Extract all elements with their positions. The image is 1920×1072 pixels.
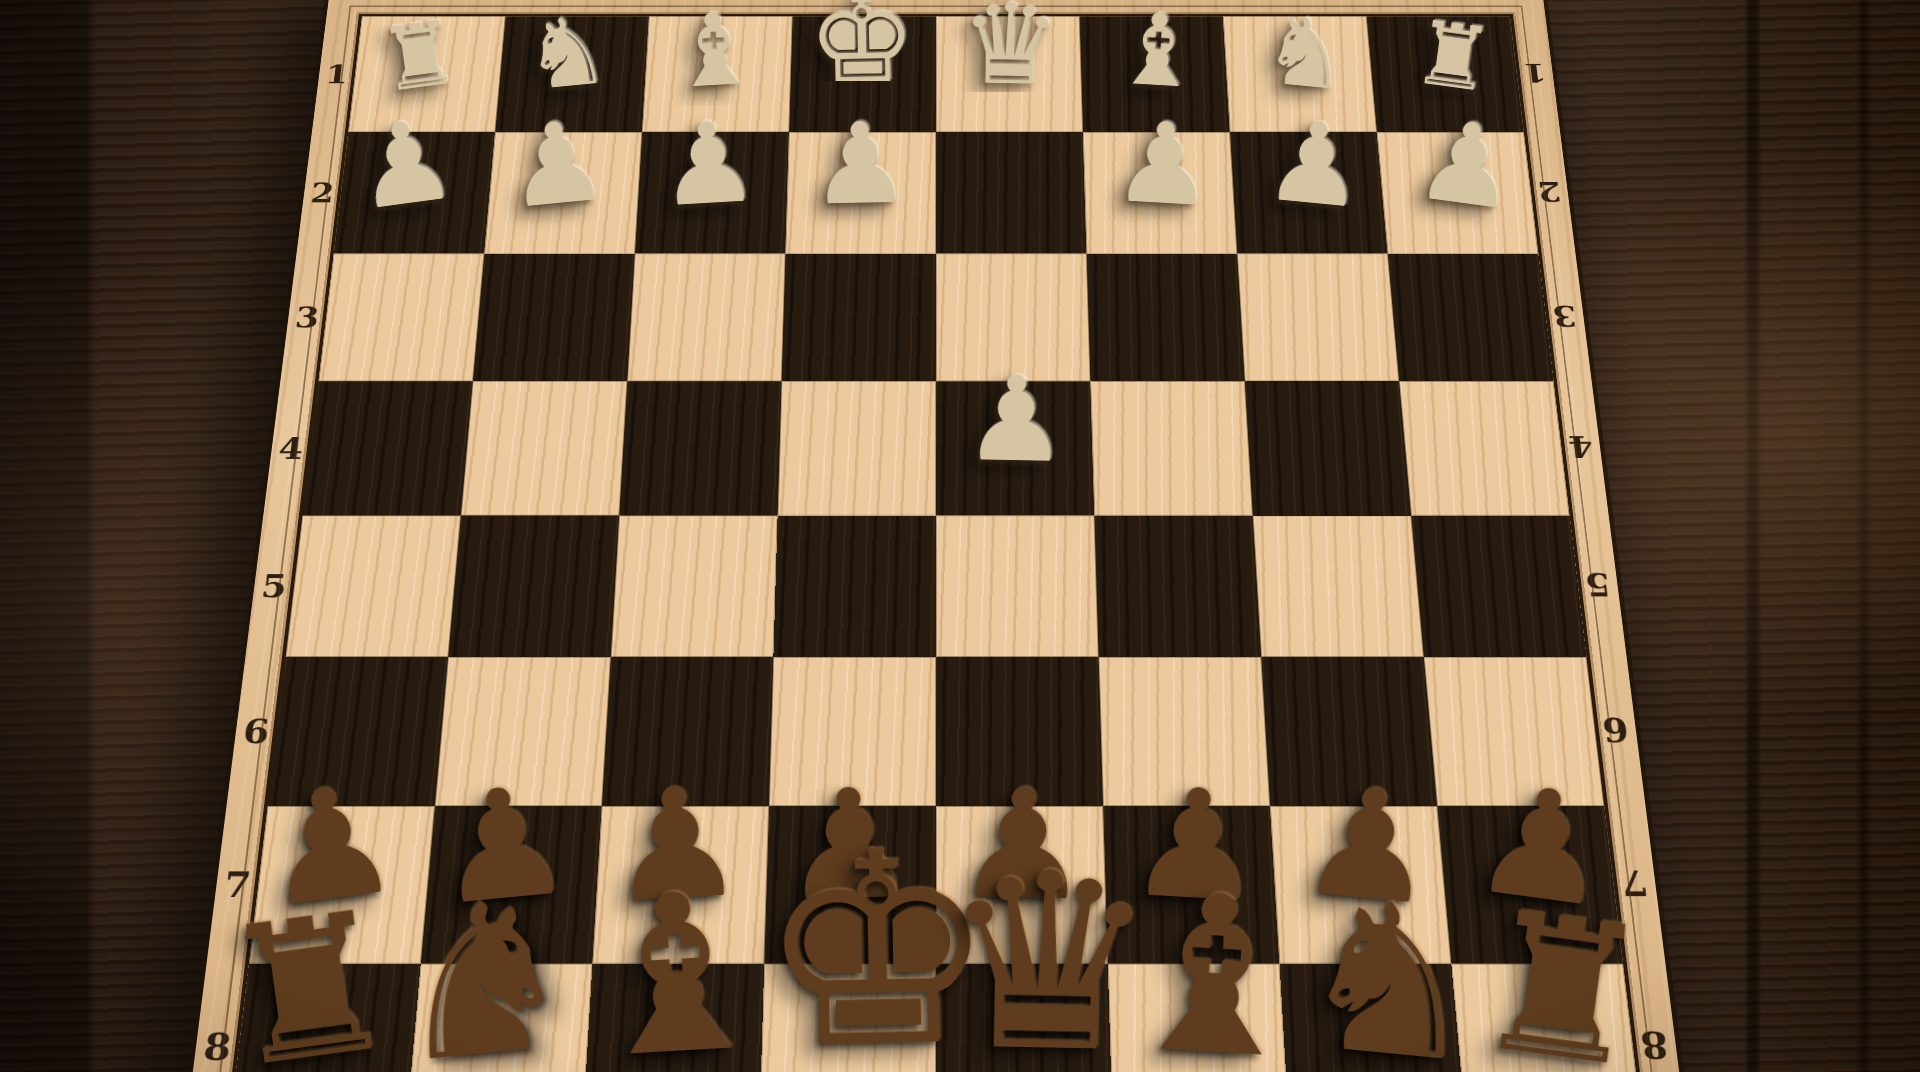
square-d4[interactable]: ♟ xyxy=(936,381,1094,515)
square-d1[interactable]: ♛ xyxy=(936,16,1083,132)
square-f2[interactable]: ♟ xyxy=(635,132,789,253)
square-h3[interactable] xyxy=(318,254,484,382)
white-pawn-c2[interactable]: ♟ xyxy=(1086,104,1242,224)
square-d2[interactable] xyxy=(936,132,1087,253)
white-pawn-d4[interactable]: ♟ xyxy=(936,360,1096,481)
black-king-e8[interactable]: ♚ xyxy=(756,817,936,1072)
square-e2[interactable]: ♟ xyxy=(785,132,936,253)
square-d5[interactable] xyxy=(936,516,1099,657)
white-knight-b1[interactable]: ♞ xyxy=(1228,0,1382,107)
black-rook-a8[interactable]: ♜ xyxy=(1463,883,1662,1072)
white-pawn-e2[interactable]: ♟ xyxy=(784,107,936,222)
white-pawn-b2[interactable]: ♟ xyxy=(1235,102,1395,228)
square-f5[interactable] xyxy=(611,516,778,657)
square-e4[interactable] xyxy=(778,381,936,515)
white-pawn-f2[interactable]: ♟ xyxy=(631,104,787,224)
square-a4[interactable] xyxy=(1399,381,1569,515)
square-a5[interactable] xyxy=(1411,516,1586,657)
square-c5[interactable] xyxy=(1094,516,1261,657)
square-h4[interactable] xyxy=(302,381,472,515)
square-d8[interactable]: ♛ xyxy=(936,964,1113,1072)
square-c2[interactable]: ♟ xyxy=(1083,132,1237,253)
square-g2[interactable]: ♟ xyxy=(484,132,642,253)
white-rook-h1[interactable]: ♜ xyxy=(341,4,497,111)
square-c3[interactable] xyxy=(1087,254,1245,382)
square-g4[interactable] xyxy=(461,381,627,515)
board-grid: ♜♞♝♚♛♝♞♜♟♟♟♟♟♟♟♟♟♟♟♟♟♟♟♟♜♞♝♚♛♝♞♜ xyxy=(229,16,1643,1072)
black-bishop-f8[interactable]: ♝ xyxy=(573,862,761,1072)
white-pawn-a2[interactable]: ♟ xyxy=(1385,99,1548,230)
square-b4[interactable] xyxy=(1245,381,1411,515)
square-g5[interactable] xyxy=(448,516,619,657)
square-e5[interactable] xyxy=(773,516,936,657)
square-e3[interactable] xyxy=(782,254,936,382)
square-b5[interactable] xyxy=(1253,516,1424,657)
square-e8[interactable]: ♚ xyxy=(759,964,936,1072)
square-f3[interactable] xyxy=(627,254,785,382)
square-g3[interactable] xyxy=(473,254,635,382)
black-rook-h8[interactable]: ♜ xyxy=(210,883,409,1072)
chess-board: ♜♞♝♚♛♝♞♜♟♟♟♟♟♟♟♟♟♟♟♟♟♟♟♟♜♞♝♚♛♝♞♜ 1122334… xyxy=(180,0,1692,1072)
white-queen-d1[interactable]: ♛ xyxy=(936,0,1084,102)
black-bishop-c8[interactable]: ♝ xyxy=(1112,862,1300,1072)
white-knight-g1[interactable]: ♞ xyxy=(489,0,643,107)
square-a8[interactable]: ♜ xyxy=(1451,964,1643,1072)
square-f4[interactable] xyxy=(619,381,781,515)
white-bishop-f1[interactable]: ♝ xyxy=(638,0,789,105)
white-rook-a1[interactable]: ♜ xyxy=(1375,4,1531,111)
white-pawn-h2[interactable]: ♟ xyxy=(323,99,486,230)
white-bishop-c1[interactable]: ♝ xyxy=(1082,0,1233,105)
square-b8[interactable]: ♞ xyxy=(1280,964,1467,1072)
square-h5[interactable] xyxy=(286,516,461,657)
black-queen-d8[interactable]: ♛ xyxy=(936,838,1116,1072)
white-king-e1[interactable]: ♚ xyxy=(788,0,936,102)
square-a3[interactable] xyxy=(1388,254,1554,382)
square-c4[interactable] xyxy=(1090,381,1252,515)
square-h2[interactable]: ♟ xyxy=(334,132,495,253)
square-c8[interactable]: ♝ xyxy=(1108,964,1290,1072)
black-knight-b8[interactable]: ♞ xyxy=(1287,869,1481,1072)
black-knight-g8[interactable]: ♞ xyxy=(390,869,584,1072)
square-g8[interactable]: ♞ xyxy=(406,964,593,1072)
square-b3[interactable] xyxy=(1237,254,1399,382)
white-pawn-g2[interactable]: ♟ xyxy=(477,102,637,228)
square-b2[interactable]: ♟ xyxy=(1230,132,1388,253)
square-a2[interactable]: ♟ xyxy=(1377,132,1538,253)
square-f8[interactable]: ♝ xyxy=(583,964,765,1072)
